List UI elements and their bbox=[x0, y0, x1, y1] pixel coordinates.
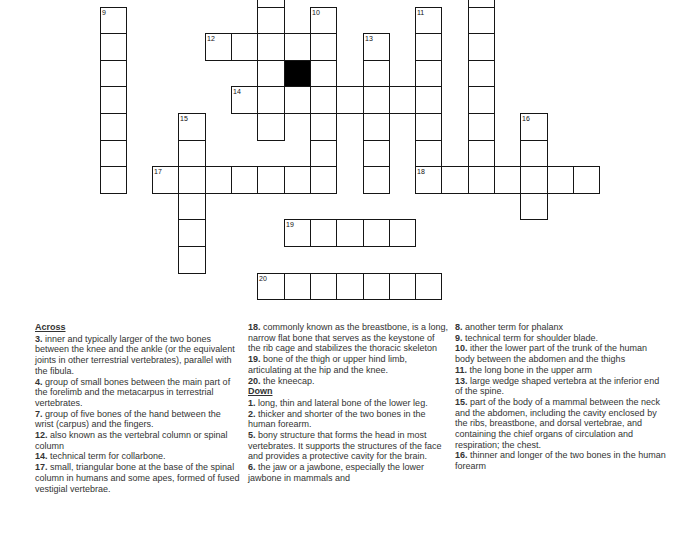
clue-across-20-number: 20. bbox=[248, 376, 263, 386]
clue-down-6: 6. the jaw or a jawbone, especially the … bbox=[248, 462, 449, 483]
clue-across-3-text: inner and typically larger of the two bo… bbox=[35, 334, 235, 376]
clue-column-2: 18. commonly known as the breastbone, is… bbox=[248, 322, 449, 484]
clue-down-1-text: long, thin and lateral bone of the lower… bbox=[258, 398, 428, 408]
clue-across-14-text: technical term for collarbone. bbox=[50, 451, 166, 461]
clue-down-10-number: 10. bbox=[455, 343, 470, 353]
clue-down-5-text: bony structure that forms the head in mo… bbox=[248, 430, 442, 461]
clue-across-4-text: group of small bones between the main pa… bbox=[35, 377, 230, 408]
clues-section: Across3. inner and typically larger of t… bbox=[0, 0, 700, 540]
clue-across-18: 18. commonly known as the breastbone, is… bbox=[248, 322, 449, 354]
clue-down-10: 10. ither the lower part of the trunk of… bbox=[455, 343, 667, 364]
down-header: Down bbox=[248, 386, 449, 397]
clue-across-7: 7. group of five bones of the hand betwe… bbox=[35, 409, 240, 430]
clue-across-19-number: 19. bbox=[248, 354, 263, 364]
clue-down-2: 2. thicker and shorter of the two bones … bbox=[248, 409, 449, 430]
clue-down-8: 8. another term for phalanx bbox=[455, 322, 667, 333]
clue-down-13: 13. large wedge shaped vertebra at the i… bbox=[455, 376, 667, 397]
clue-across-20-text: the kneecap. bbox=[263, 376, 315, 386]
clue-down-16-number: 16. bbox=[455, 450, 470, 460]
across-header: Across bbox=[35, 322, 240, 333]
clue-down-9-text: technical term for shoulder blade. bbox=[465, 333, 598, 343]
clue-down-10-text: ither the lower part of the trunk of the… bbox=[455, 343, 647, 364]
clue-down-16-text: thinner and longer of the two bones in t… bbox=[455, 450, 666, 471]
clue-across-12-text: also known as the vertebral column or sp… bbox=[35, 430, 228, 451]
clue-across-7-number: 7. bbox=[35, 409, 45, 419]
clue-across-14: 14. technical term for collarbone. bbox=[35, 451, 240, 462]
clue-down-11-text: the long bone in the upper arm bbox=[470, 365, 593, 375]
clue-down-2-number: 2. bbox=[248, 409, 258, 419]
clue-across-17-text: small, triangular bone at the base of th… bbox=[35, 462, 240, 493]
clue-down-1: 1. long, thin and lateral bone of the lo… bbox=[248, 398, 449, 409]
clue-down-11: 11. the long bone in the upper arm bbox=[455, 365, 667, 376]
clue-across-12-number: 12. bbox=[35, 430, 50, 440]
clue-across-17-number: 17. bbox=[35, 462, 50, 472]
clue-down-2-text: thicker and shorter of the two bones in … bbox=[248, 409, 426, 430]
clue-across-18-text: commonly known as the breastbone, is a l… bbox=[248, 322, 448, 353]
clue-down-6-text: the jaw or a jawbone, especially the low… bbox=[248, 462, 424, 483]
clue-down-13-text: large wedge shaped vertebra at the infer… bbox=[455, 376, 659, 397]
clue-across-14-number: 14. bbox=[35, 451, 50, 461]
clue-down-15: 15. part of the body of a mammal between… bbox=[455, 397, 667, 451]
clue-down-15-text: part of the body of a mammal between the… bbox=[455, 397, 660, 450]
clue-across-4: 4. group of small bones between the main… bbox=[35, 377, 240, 409]
clue-across-18-number: 18. bbox=[248, 322, 263, 332]
clue-down-6-number: 6. bbox=[248, 462, 258, 472]
clue-down-8-number: 8. bbox=[455, 322, 465, 332]
clue-column-1: Across3. inner and typically larger of t… bbox=[35, 322, 240, 494]
clue-across-17: 17. small, triangular bone at the base o… bbox=[35, 462, 240, 494]
clue-down-11-number: 11. bbox=[455, 365, 470, 375]
clue-across-3-number: 3. bbox=[35, 334, 45, 344]
clue-across-7-text: group of five bones of the hand between … bbox=[35, 409, 221, 430]
clue-down-1-number: 1. bbox=[248, 398, 258, 408]
clue-across-3: 3. inner and typically larger of the two… bbox=[35, 334, 240, 377]
clue-down-5: 5. bony structure that forms the head in… bbox=[248, 430, 449, 462]
clue-across-19: 19. bone of the thigh or upper hind limb… bbox=[248, 354, 449, 375]
clue-down-15-number: 15. bbox=[455, 397, 470, 407]
clue-down-16: 16. thinner and longer of the two bones … bbox=[455, 450, 667, 471]
clue-across-12: 12. also known as the vertebral column o… bbox=[35, 430, 240, 451]
clue-down-13-number: 13. bbox=[455, 376, 470, 386]
clue-down-5-number: 5. bbox=[248, 430, 258, 440]
clue-down-8-text: another term for phalanx bbox=[465, 322, 563, 332]
clue-column-3: 8. another term for phalanx9. technical … bbox=[455, 322, 667, 472]
clue-down-9-number: 9. bbox=[455, 333, 465, 343]
clue-down-9: 9. technical term for shoulder blade. bbox=[455, 333, 667, 344]
clue-across-20: 20. the kneecap. bbox=[248, 376, 449, 387]
clue-across-4-number: 4. bbox=[35, 377, 45, 387]
clue-across-19-text: bone of the thigh or upper hind limb, ar… bbox=[248, 354, 407, 375]
crossword-page: { "game": "crossword", "theme": "bones o… bbox=[0, 0, 700, 540]
